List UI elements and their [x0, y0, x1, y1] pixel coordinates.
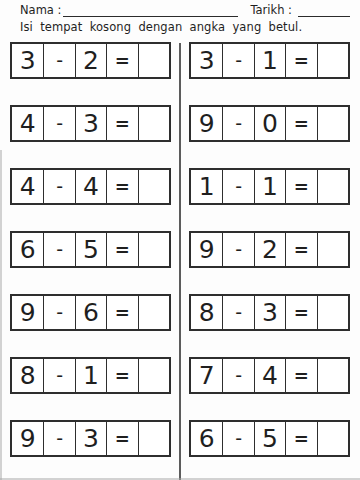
minus-icon: - — [43, 296, 74, 329]
problem-row: 9 - 3 = — [10, 420, 171, 457]
minuend-cell: 3 — [12, 44, 43, 77]
minus-icon: - — [222, 359, 253, 392]
equals-icon: = — [285, 44, 316, 77]
equals-icon: = — [106, 233, 137, 266]
subtrahend-cell: 5 — [75, 233, 106, 266]
problem-row: 6 - 5 = — [189, 420, 350, 457]
page-edge-shadow-left — [0, 150, 2, 480]
instruction-text: Isi tempat kosong dengan angka yang betu… — [20, 20, 352, 34]
problem-row: 8 - 1 = — [10, 357, 171, 394]
subtrahend-cell: 3 — [75, 107, 106, 140]
answer-blank[interactable] — [317, 422, 348, 455]
equals-icon: = — [106, 359, 137, 392]
answer-blank[interactable] — [138, 296, 169, 329]
answer-blank[interactable] — [138, 107, 169, 140]
answer-blank[interactable] — [138, 170, 169, 203]
nama-label: Nama : — [20, 4, 61, 17]
subtrahend-cell: 4 — [75, 170, 106, 203]
minuend-cell: 1 — [191, 170, 222, 203]
tarikh-label: Tarikh : — [250, 4, 292, 17]
problems-right-column: 3 - 1 = 9 - 0 = 1 - 1 = — [180, 42, 360, 480]
minus-icon: - — [222, 296, 253, 329]
minus-icon: - — [43, 107, 74, 140]
minus-icon: - — [222, 233, 253, 266]
minus-icon: - — [222, 170, 253, 203]
subtrahend-cell: 0 — [254, 107, 285, 140]
subtrahend-cell: 3 — [254, 296, 285, 329]
problem-row: 9 - 6 = — [10, 294, 171, 331]
minuend-cell: 9 — [12, 296, 43, 329]
minuend-cell: 8 — [191, 296, 222, 329]
problems-left-column: 3 - 2 = 4 - 3 = 4 - 4 = — [0, 42, 180, 480]
subtrahend-cell: 2 — [254, 233, 285, 266]
problem-row: 6 - 5 = — [10, 231, 171, 268]
answer-blank[interactable] — [138, 44, 169, 77]
minus-icon: - — [43, 44, 74, 77]
answer-blank[interactable] — [317, 44, 348, 77]
minus-icon: - — [43, 359, 74, 392]
nama-input-line[interactable] — [63, 5, 238, 17]
equals-icon: = — [285, 170, 316, 203]
name-date-row: Nama : Tarikh : — [20, 4, 352, 17]
minus-icon: - — [222, 422, 253, 455]
minuend-cell: 6 — [191, 422, 222, 455]
equals-icon: = — [106, 296, 137, 329]
subtrahend-cell: 1 — [254, 44, 285, 77]
minuend-cell: 9 — [191, 233, 222, 266]
tarikh-input-line[interactable] — [298, 5, 350, 17]
equals-icon: = — [285, 422, 316, 455]
column-divider-line — [179, 43, 181, 480]
minus-icon: - — [222, 107, 253, 140]
answer-blank[interactable] — [138, 422, 169, 455]
problem-row: 4 - 4 = — [10, 168, 171, 205]
answer-blank[interactable] — [317, 359, 348, 392]
answer-blank[interactable] — [317, 170, 348, 203]
worksheet-header: Nama : Tarikh : Isi tempat kosong dengan… — [0, 0, 360, 34]
minus-icon: - — [43, 170, 74, 203]
equals-icon: = — [106, 107, 137, 140]
minus-icon: - — [222, 44, 253, 77]
answer-blank[interactable] — [138, 233, 169, 266]
problem-row: 9 - 0 = — [189, 105, 350, 142]
equals-icon: = — [285, 359, 316, 392]
minuend-cell: 8 — [12, 359, 43, 392]
minus-icon: - — [43, 233, 74, 266]
answer-blank[interactable] — [317, 233, 348, 266]
equals-icon: = — [106, 170, 137, 203]
subtrahend-cell: 4 — [254, 359, 285, 392]
problem-row: 9 - 2 = — [189, 231, 350, 268]
minuend-cell: 3 — [191, 44, 222, 77]
minuend-cell: 6 — [12, 233, 43, 266]
equals-icon: = — [106, 44, 137, 77]
subtrahend-cell: 2 — [75, 44, 106, 77]
subtrahend-cell: 3 — [75, 422, 106, 455]
equals-icon: = — [285, 233, 316, 266]
answer-blank[interactable] — [317, 296, 348, 329]
worksheet-page: Nama : Tarikh : Isi tempat kosong dengan… — [0, 0, 360, 480]
problem-row: 4 - 3 = — [10, 105, 171, 142]
problems-area: 3 - 2 = 4 - 3 = 4 - 4 = — [0, 42, 360, 480]
problem-row: 7 - 4 = — [189, 357, 350, 394]
subtrahend-cell: 1 — [254, 170, 285, 203]
minuend-cell: 4 — [12, 170, 43, 203]
equals-icon: = — [285, 107, 316, 140]
minuend-cell: 4 — [12, 107, 43, 140]
problem-row: 1 - 1 = — [189, 168, 350, 205]
answer-blank[interactable] — [138, 359, 169, 392]
equals-icon: = — [106, 422, 137, 455]
problem-row: 3 - 1 = — [189, 42, 350, 79]
subtrahend-cell: 5 — [254, 422, 285, 455]
minuend-cell: 9 — [191, 107, 222, 140]
problem-row: 3 - 2 = — [10, 42, 171, 79]
answer-blank[interactable] — [317, 107, 348, 140]
minuend-cell: 7 — [191, 359, 222, 392]
minus-icon: - — [43, 422, 74, 455]
equals-icon: = — [285, 296, 316, 329]
subtrahend-cell: 6 — [75, 296, 106, 329]
problem-row: 8 - 3 = — [189, 294, 350, 331]
minuend-cell: 9 — [12, 422, 43, 455]
subtrahend-cell: 1 — [75, 359, 106, 392]
